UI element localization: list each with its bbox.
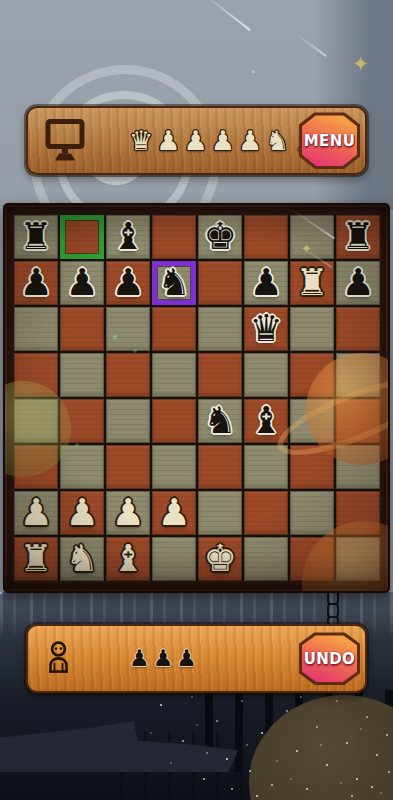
square-a3[interactable] <box>14 445 58 489</box>
square-a5[interactable] <box>14 353 58 397</box>
piece-black-queen: ♛ <box>249 307 282 351</box>
opponent-bar: ♛♟♟♟♟♞♝ MENU <box>26 106 367 175</box>
square-b7[interactable]: ♟ <box>60 261 104 305</box>
square-g2[interactable] <box>290 491 334 535</box>
chess-board: ♜♝♚♜♟♟♟♞♟♜♟♛♞♝♟♟♟♟♜♞♝♚ <box>14 215 380 581</box>
square-g3[interactable] <box>290 445 334 489</box>
piece-white-pawn: ♟ <box>65 491 98 535</box>
square-h5[interactable] <box>336 353 380 397</box>
monitor-icon <box>43 116 87 165</box>
square-c7[interactable]: ♟ <box>106 261 150 305</box>
square-f6[interactable]: ♛ <box>244 307 288 351</box>
square-e2[interactable] <box>198 491 242 535</box>
shooting-star-icon <box>205 0 250 31</box>
square-c6[interactable] <box>106 307 150 351</box>
player-bar: ♟♟♟ UNDO <box>26 624 367 693</box>
piece-white-rook: ♜ <box>19 537 52 581</box>
square-d6[interactable] <box>152 307 196 351</box>
captured-white-pawn: ♟ <box>183 127 207 154</box>
yellow-star-icon: ✦ <box>352 52 370 76</box>
piece-black-pawn: ♟ <box>19 261 52 305</box>
square-b6[interactable] <box>60 307 104 351</box>
piece-black-pawn: ♟ <box>111 261 144 305</box>
square-d4[interactable] <box>152 399 196 443</box>
square-c8[interactable]: ♝ <box>106 215 150 259</box>
player-captured-tray: ♟♟♟ <box>129 626 197 691</box>
square-h1[interactable] <box>336 537 380 581</box>
square-e4[interactable]: ♞ <box>198 399 242 443</box>
square-b5[interactable] <box>60 353 104 397</box>
captured-black-pawn: ♟ <box>176 647 197 670</box>
square-d3[interactable] <box>152 445 196 489</box>
square-e7[interactable] <box>198 261 242 305</box>
square-f1[interactable] <box>244 537 288 581</box>
square-d5[interactable] <box>152 353 196 397</box>
captured-white-queen: ♛ <box>129 127 153 154</box>
piece-black-bishop: ♝ <box>249 399 282 443</box>
captured-black-pawn: ♟ <box>129 647 150 670</box>
square-c3[interactable] <box>106 445 150 489</box>
boat-silhouette <box>0 720 238 772</box>
piece-black-knight: ♞ <box>157 261 190 305</box>
square-c4[interactable] <box>106 399 150 443</box>
menu-button[interactable]: MENU <box>299 112 360 169</box>
square-g5[interactable] <box>290 353 334 397</box>
square-h8[interactable]: ♜ <box>336 215 380 259</box>
square-c1[interactable]: ♝ <box>106 537 150 581</box>
square-c5[interactable] <box>106 353 150 397</box>
captured-white-pawn: ♟ <box>156 127 180 154</box>
square-a8[interactable]: ♜ <box>14 215 58 259</box>
piece-white-pawn: ♟ <box>157 491 190 535</box>
piece-black-knight: ♞ <box>203 399 236 443</box>
square-h7[interactable]: ♟ <box>336 261 380 305</box>
piece-black-rook: ♜ <box>19 215 52 259</box>
square-h4[interactable] <box>336 399 380 443</box>
piece-white-king: ♚ <box>203 537 236 581</box>
captured-white-pawn: ♟ <box>238 127 262 154</box>
piece-black-pawn: ♟ <box>341 261 374 305</box>
piece-black-pawn: ♟ <box>249 261 282 305</box>
square-f3[interactable] <box>244 445 288 489</box>
square-b8[interactable] <box>60 215 104 259</box>
piece-black-bishop: ♝ <box>111 215 144 259</box>
square-f7[interactable]: ♟ <box>244 261 288 305</box>
menu-button-label: MENU <box>304 132 356 150</box>
square-h2[interactable] <box>336 491 380 535</box>
square-b2[interactable]: ♟ <box>60 491 104 535</box>
square-e5[interactable] <box>198 353 242 397</box>
square-e1[interactable]: ♚ <box>198 537 242 581</box>
square-b3[interactable] <box>60 445 104 489</box>
square-d1[interactable] <box>152 537 196 581</box>
square-a2[interactable]: ♟ <box>14 491 58 535</box>
square-h6[interactable] <box>336 307 380 351</box>
square-a4[interactable] <box>14 399 58 443</box>
square-b1[interactable]: ♞ <box>60 537 104 581</box>
person-icon <box>45 640 72 678</box>
captured-black-pawn: ♟ <box>153 647 174 670</box>
square-g4[interactable] <box>290 399 334 443</box>
water-sparkles <box>0 592 2 594</box>
square-f2[interactable] <box>244 491 288 535</box>
computer-captured-tray: ♛♟♟♟♟♞♝ <box>129 108 317 173</box>
square-d7[interactable]: ♞ <box>152 261 196 305</box>
square-g6[interactable] <box>290 307 334 351</box>
undo-button[interactable]: UNDO <box>299 632 360 685</box>
square-b4[interactable] <box>60 399 104 443</box>
piece-black-king: ♚ <box>203 215 236 259</box>
star-icon <box>252 70 255 73</box>
undo-button-label: UNDO <box>304 650 356 668</box>
chess-board-frame: ♜♝♚♜♟♟♟♞♟♜♟♛♞♝♟♟♟♟♜♞♝♚ ✦ <box>3 203 390 593</box>
square-f5[interactable] <box>244 353 288 397</box>
chain-icon <box>327 592 337 628</box>
square-h3[interactable] <box>336 445 380 489</box>
captured-white-knight: ♞ <box>265 127 289 154</box>
square-a6[interactable] <box>14 307 58 351</box>
square-e6[interactable] <box>198 307 242 351</box>
square-e3[interactable] <box>198 445 242 489</box>
piece-black-pawn: ♟ <box>65 261 98 305</box>
piece-white-knight: ♞ <box>65 537 98 581</box>
captured-white-pawn: ♟ <box>211 127 235 154</box>
square-d2[interactable]: ♟ <box>152 491 196 535</box>
square-a1[interactable]: ♜ <box>14 537 58 581</box>
piece-white-bishop: ♝ <box>111 537 144 581</box>
square-g7[interactable]: ♜ <box>290 261 334 305</box>
piece-white-rook: ♜ <box>295 261 328 305</box>
square-g1[interactable] <box>290 537 334 581</box>
square-f4[interactable]: ♝ <box>244 399 288 443</box>
square-c2[interactable]: ♟ <box>106 491 150 535</box>
square-g8[interactable] <box>290 215 334 259</box>
piece-white-pawn: ♟ <box>111 491 144 535</box>
square-a7[interactable]: ♟ <box>14 261 58 305</box>
square-f8[interactable] <box>244 215 288 259</box>
square-d8[interactable] <box>152 215 196 259</box>
square-e8[interactable]: ♚ <box>198 215 242 259</box>
piece-black-rook: ♜ <box>341 215 374 259</box>
sky-dark-band <box>315 0 393 210</box>
piece-white-pawn: ♟ <box>19 491 52 535</box>
